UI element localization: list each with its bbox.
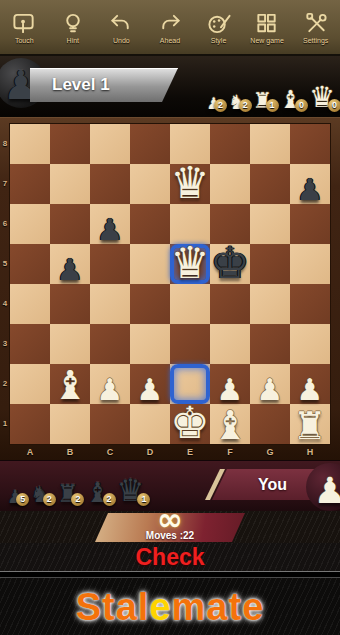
- square-h2[interactable]: ♟: [290, 364, 330, 404]
- divider: [0, 571, 340, 578]
- file-label-f: F: [210, 447, 250, 457]
- square-h8[interactable]: [290, 124, 330, 164]
- square-a2[interactable]: [10, 364, 50, 404]
- result-letter: e: [149, 586, 171, 628]
- captured-black-bishop: ♝2: [85, 479, 109, 506]
- square-b2[interactable]: ♝: [50, 364, 90, 404]
- ahead-icon: [157, 11, 183, 36]
- toolbar-button-label: Hint: [67, 37, 79, 44]
- captured-white-tray: ♟2♞2♜1♝0♛0: [207, 83, 335, 112]
- captured-black-queen: ♛1: [117, 475, 145, 506]
- hint-button[interactable]: Hint: [50, 11, 96, 44]
- square-c1[interactable]: [90, 404, 130, 444]
- square-c2[interactable]: ♟: [90, 364, 130, 404]
- rank-label-2: 2: [1, 379, 9, 388]
- moves-counter: Moves :22: [95, 530, 245, 541]
- square-d1[interactable]: [130, 404, 170, 444]
- square-d6[interactable]: [130, 204, 170, 244]
- square-g4[interactable]: [250, 284, 290, 324]
- new-game-button[interactable]: New game: [244, 11, 290, 44]
- result-band: Stalemate: [0, 578, 340, 635]
- white-bishop-f1: ♝: [212, 405, 248, 445]
- captured-count-badge: 2: [43, 493, 56, 506]
- square-b1[interactable]: [50, 404, 90, 444]
- captured-white-queen: ♛0: [309, 83, 335, 112]
- black-pawn-b5: ♟: [57, 255, 84, 285]
- square-c3[interactable]: [90, 324, 130, 364]
- square-b3[interactable]: [50, 324, 90, 364]
- square-h3[interactable]: [290, 324, 330, 364]
- new-game-icon: [254, 11, 280, 36]
- white-pawn-d2: ♟: [137, 375, 164, 405]
- toolbar-button-label: Touch: [15, 37, 34, 44]
- captured-count-badge: 2: [214, 99, 227, 112]
- square-h7[interactable]: ♟: [290, 164, 330, 204]
- captured-count-badge: 5: [16, 493, 29, 506]
- square-a5[interactable]: [10, 244, 50, 284]
- result-text: Stalemate: [76, 588, 265, 626]
- square-h4[interactable]: [290, 284, 330, 324]
- result-letter: t: [102, 586, 116, 628]
- file-label-e: E: [170, 447, 210, 457]
- toolbar: TouchHintUndoAheadStyleNew gameSettings: [0, 0, 340, 56]
- square-f3[interactable]: [210, 324, 250, 364]
- white-pawn-c2: ♟: [97, 375, 124, 405]
- square-a3[interactable]: [10, 324, 50, 364]
- file-label-a: A: [10, 447, 50, 457]
- white-bishop-b2: ♝: [52, 365, 88, 405]
- undo-button[interactable]: Undo: [98, 11, 144, 44]
- square-d8[interactable]: [130, 124, 170, 164]
- highlight-e5: [170, 244, 210, 284]
- captured-count-badge: 2: [239, 99, 252, 112]
- settings-icon: [303, 11, 329, 36]
- square-d7[interactable]: [130, 164, 170, 204]
- toolbar-button-label: Ahead: [160, 37, 180, 44]
- square-e7[interactable]: ♛: [170, 164, 210, 204]
- file-label-g: G: [250, 447, 290, 457]
- square-b4[interactable]: [50, 284, 90, 324]
- square-f6[interactable]: [210, 204, 250, 244]
- moves-band: ∞ Moves :22: [0, 511, 340, 543]
- square-f5[interactable]: ♚: [210, 244, 250, 284]
- square-a1[interactable]: [10, 404, 50, 444]
- undo-icon: [108, 11, 134, 36]
- hint-icon: [60, 11, 86, 36]
- square-g7[interactable]: [250, 164, 290, 204]
- square-g8[interactable]: [250, 124, 290, 164]
- black-king-f5: ♚: [210, 241, 249, 285]
- level-label: Level 1: [30, 75, 110, 95]
- chess-board-frame: ♛♟♟♟♛♚♝♟♟♟♟♟♚♝♜ 87654321ABCDEFGH: [0, 117, 340, 460]
- player-label: You: [212, 476, 287, 494]
- square-e3[interactable]: [170, 324, 210, 364]
- file-label-h: H: [290, 447, 330, 457]
- result-letter: e: [242, 586, 264, 628]
- settings-button[interactable]: Settings: [293, 11, 339, 44]
- rank-label-6: 6: [1, 219, 9, 228]
- white-queen-e7: ♛: [170, 161, 209, 205]
- captured-black-rook: ♜2: [57, 482, 79, 506]
- captured-count-badge: 0: [295, 99, 308, 112]
- square-c8[interactable]: [90, 124, 130, 164]
- file-label-c: C: [90, 447, 130, 457]
- rank-label-5: 5: [1, 259, 9, 268]
- rank-label-3: 3: [1, 339, 9, 348]
- square-c5[interactable]: [90, 244, 130, 284]
- square-g3[interactable]: [250, 324, 290, 364]
- rank-label-1: 1: [1, 419, 9, 428]
- square-f4[interactable]: [210, 284, 250, 324]
- captured-black-knight: ♞2: [30, 484, 50, 506]
- square-b5[interactable]: ♟: [50, 244, 90, 284]
- check-band: Check: [0, 543, 340, 571]
- result-letter: a: [116, 586, 138, 628]
- square-f2[interactable]: ♟: [210, 364, 250, 404]
- opponent-row: ♟ Level 1 ♟2♞2♜1♝0♛0: [0, 56, 340, 117]
- captured-count-badge: 2: [103, 493, 116, 506]
- square-g2[interactable]: ♟: [250, 364, 290, 404]
- square-g6[interactable]: [250, 204, 290, 244]
- highlight-e2: [170, 364, 210, 404]
- result-letter: S: [76, 586, 102, 628]
- captured-white-pawn: ♟2: [207, 96, 221, 112]
- square-c6[interactable]: ♟: [90, 204, 130, 244]
- captured-count-badge: 0: [328, 99, 340, 112]
- square-f8[interactable]: [210, 124, 250, 164]
- toolbar-button-label: Undo: [113, 37, 130, 44]
- black-pawn-h7: ♟: [297, 175, 324, 205]
- toolbar-button-label: New game: [250, 37, 283, 44]
- style-button[interactable]: Style: [196, 11, 242, 44]
- white-pawn-f2: ♟: [217, 375, 244, 405]
- square-e6[interactable]: [170, 204, 210, 244]
- captured-white-rook: ♜1: [253, 90, 273, 112]
- square-b8[interactable]: [50, 124, 90, 164]
- square-a8[interactable]: [10, 124, 50, 164]
- toolbar-button-label: Settings: [303, 37, 328, 44]
- rank-label-7: 7: [1, 179, 9, 188]
- square-c7[interactable]: [90, 164, 130, 204]
- result-letter: m: [172, 586, 207, 628]
- square-d5[interactable]: [130, 244, 170, 284]
- captured-black-tray: ♟5♞2♜2♝2♛1: [7, 475, 144, 506]
- square-f7[interactable]: [210, 164, 250, 204]
- file-label-b: B: [50, 447, 90, 457]
- square-d2[interactable]: ♟: [130, 364, 170, 404]
- square-c4[interactable]: [90, 284, 130, 324]
- white-king-e1: ♚: [170, 401, 209, 445]
- captured-black-pawn: ♟5: [7, 488, 23, 506]
- white-rook-h1: ♜: [293, 407, 327, 445]
- check-status-text: Check: [135, 546, 204, 569]
- square-e2[interactable]: [170, 364, 210, 404]
- square-h6[interactable]: [290, 204, 330, 244]
- ahead-button[interactable]: Ahead: [147, 11, 193, 44]
- square-e8[interactable]: [170, 124, 210, 164]
- chess-board: ♛♟♟♟♛♚♝♟♟♟♟♟♚♝♜: [10, 124, 330, 444]
- square-f1[interactable]: ♝: [210, 404, 250, 444]
- square-e4[interactable]: [170, 284, 210, 324]
- square-a4[interactable]: [10, 284, 50, 324]
- square-h1[interactable]: ♜: [290, 404, 330, 444]
- square-a7[interactable]: [10, 164, 50, 204]
- square-e5[interactable]: ♛: [170, 244, 210, 284]
- square-d4[interactable]: [130, 284, 170, 324]
- result-letter: t: [229, 586, 243, 628]
- touch-icon: [11, 11, 37, 36]
- file-label-d: D: [130, 447, 170, 457]
- white-pawn-g2: ♟: [257, 375, 284, 405]
- square-e1[interactable]: ♚: [170, 404, 210, 444]
- captured-count-badge: 2: [71, 493, 84, 506]
- square-g1[interactable]: [250, 404, 290, 444]
- captured-count-badge: 1: [266, 99, 279, 112]
- square-g5[interactable]: [250, 244, 290, 284]
- square-b7[interactable]: [50, 164, 90, 204]
- chess-app-screen: { "game": "chess", "position": "8/4Q2p/2…: [0, 0, 340, 635]
- captured-count-badge: 1: [137, 493, 150, 506]
- square-h5[interactable]: [290, 244, 330, 284]
- square-d3[interactable]: [130, 324, 170, 364]
- square-b6[interactable]: [50, 204, 90, 244]
- white-pawn-h2: ♟: [297, 375, 324, 405]
- result-letter: l: [138, 586, 150, 628]
- touch-button[interactable]: Touch: [1, 11, 47, 44]
- white-pawn-icon: ♟: [314, 470, 340, 511]
- style-icon: [206, 11, 232, 36]
- level-banner: Level 1: [30, 68, 178, 102]
- result-letter: a: [206, 586, 228, 628]
- black-pawn-c6: ♟: [97, 215, 124, 245]
- rank-label-8: 8: [1, 139, 9, 148]
- player-piece-badge: ♟: [306, 463, 340, 511]
- rank-label-4: 4: [1, 299, 9, 308]
- toolbar-button-label: Style: [211, 37, 227, 44]
- square-a6[interactable]: [10, 204, 50, 244]
- moves-banner: ∞ Moves :22: [95, 513, 245, 542]
- captured-white-bishop: ♝0: [280, 87, 302, 112]
- captured-white-knight: ♞2: [228, 92, 246, 112]
- player-row: ♟5♞2♜2♝2♛1 You ♟: [0, 460, 340, 511]
